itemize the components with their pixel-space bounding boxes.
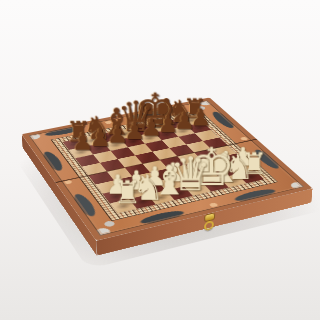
chess-board-box: ♜♞♝♛♚♝♞♜♟♟♟♟♟♟♟♟♟♟♟♟♟♟♟♟♜♞♝♛♚♝♞♜ (22, 98, 313, 241)
photo-canvas: ♜♞♝♛♚♝♞♜♟♟♟♟♟♟♟♟♟♟♟♟♟♟♟♟♜♞♝♛♚♝♞♜ (0, 0, 320, 320)
scene-3d: ♜♞♝♛♚♝♞♜♟♟♟♟♟♟♟♟♟♟♟♟♟♟♟♟♜♞♝♛♚♝♞♜ (0, 0, 320, 320)
brass-latch (202, 213, 216, 229)
